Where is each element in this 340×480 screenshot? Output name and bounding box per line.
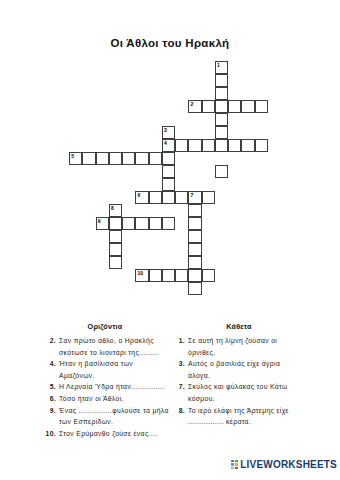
logo-icon-square <box>231 467 234 470</box>
clue-item: 1.Σε αυτή τη λίμνη ζούσαν οι όρνιθες. <box>174 335 304 358</box>
clue-item-number: 9. <box>40 405 59 428</box>
crossword-cell[interactable] <box>202 100 215 113</box>
crossword-cell[interactable] <box>109 256 122 269</box>
liveworksheets-logo[interactable]: LIVEWORKSHEETS <box>231 459 337 470</box>
clue-item: 6.Τόσο ήταν οι Άθλοι. <box>40 393 170 405</box>
crossword-cell[interactable]: 6 <box>135 191 148 204</box>
logo-icon-square <box>235 460 238 463</box>
crossword-cell[interactable] <box>255 139 268 152</box>
across-clues: 2.Σαν πρώτο άθλο, ο Ηρακλής σκότωσε το λ… <box>40 335 170 439</box>
clue-item: 5.Η Λερναία Ύδρα ήταν............... <box>40 381 170 393</box>
crossword-cell[interactable] <box>188 256 201 269</box>
crossword-cell[interactable] <box>149 152 162 165</box>
clue-item-number: 7. <box>174 381 188 404</box>
cell-number: 3 <box>164 127 167 133</box>
across-header: Οριζόντια <box>40 322 170 331</box>
clue-item-text: Σε αυτή τη λίμνη ζούσαν οι όρνιθες. <box>188 335 304 358</box>
crossword-cell[interactable] <box>188 139 201 152</box>
liveworksheets-icon <box>231 460 238 469</box>
crossword-cell[interactable] <box>149 269 162 282</box>
clue-item: 4.Ήταν η βασίλισσα των Αμαζόνων. <box>40 358 170 381</box>
down-header: Κάθετα <box>174 322 304 331</box>
clue-item-text: Ένας ...............φυλούσε τα μήλα των … <box>59 405 170 428</box>
clue-item-number: 6. <box>40 393 59 405</box>
cell-number: 9 <box>98 218 101 224</box>
crossword-cell[interactable]: 7 <box>188 191 201 204</box>
crossword-cell[interactable] <box>135 152 148 165</box>
clue-item: 7.Σκύλος και φύλακας του Κάτω κόσμου. <box>174 381 304 404</box>
crossword-cell[interactable] <box>215 139 228 152</box>
crossword-cell[interactable] <box>96 152 109 165</box>
crossword-cell[interactable]: 9 <box>96 217 109 230</box>
clue-item-number: 3. <box>174 358 188 381</box>
crossword-cell[interactable] <box>188 217 201 230</box>
cell-number: 6 <box>137 192 140 198</box>
crossword-cell[interactable] <box>162 178 175 191</box>
cell-number: 1 <box>217 62 220 68</box>
crossword-cell[interactable]: 1 <box>215 61 228 74</box>
clue-item-number: 4. <box>40 358 59 381</box>
cell-number: 4 <box>164 140 167 146</box>
crossword-cell[interactable] <box>162 269 175 282</box>
crossword-cell[interactable]: 10 <box>135 269 148 282</box>
clue-item-text: Η Λερναία Ύδρα ήταν............... <box>59 381 170 393</box>
clue-item-text: Το ιερό ελάφι της Άρτεμης είχε .........… <box>188 405 304 428</box>
crossword-grid: 12345678910 <box>69 61 268 295</box>
crossword-cell[interactable] <box>135 217 148 230</box>
crossword-cell[interactable] <box>241 100 254 113</box>
crossword-cell[interactable] <box>109 230 122 243</box>
crossword-cell[interactable] <box>228 139 241 152</box>
cell-number: 7 <box>190 192 193 198</box>
crossword-cell[interactable] <box>188 230 201 243</box>
cell-number: 2 <box>190 101 193 107</box>
crossword-cell[interactable] <box>241 139 254 152</box>
crossword-cell[interactable] <box>175 269 188 282</box>
crossword-cell[interactable] <box>162 217 175 230</box>
crossword-cell[interactable] <box>215 74 228 87</box>
crossword-cell[interactable] <box>202 269 215 282</box>
crossword-cell[interactable] <box>255 100 268 113</box>
across-clues-section: Οριζόντια 2.Σαν πρώτο άθλο, ο Ηρακλής σκ… <box>40 322 170 439</box>
crossword-cell[interactable] <box>162 191 175 204</box>
crossword-cell[interactable] <box>202 191 215 204</box>
crossword-cell[interactable]: 4 <box>162 139 175 152</box>
clue-item: 8.Το ιερό ελάφι της Άρτεμης είχε .......… <box>174 405 304 428</box>
logo-icon-square <box>231 460 234 463</box>
worksheet-page: Οι Άθλοι του Ηρακλή 12345678910 Οριζόντι… <box>0 0 340 480</box>
down-clues: 1.Σε αυτή τη λίμνη ζούσαν οι όρνιθες.3.Α… <box>174 335 304 428</box>
crossword-cell[interactable] <box>122 217 135 230</box>
down-clues-section: Κάθετα 1.Σε αυτή τη λίμνη ζούσαν οι όρνι… <box>174 322 304 428</box>
crossword-cell[interactable] <box>175 139 188 152</box>
crossword-cell[interactable] <box>188 243 201 256</box>
crossword-cell[interactable] <box>202 139 215 152</box>
clue-item: 2.Σαν πρώτο άθλο, ο Ηρακλής σκότωσε το λ… <box>40 335 170 358</box>
crossword-cell[interactable]: 8 <box>109 204 122 217</box>
crossword-cell[interactable] <box>215 165 228 178</box>
crossword-cell[interactable] <box>215 126 228 139</box>
clue-item-number: 8. <box>174 405 188 428</box>
clue-item-text: Ήταν η βασίλισσα των Αμαζόνων. <box>59 358 170 381</box>
clue-item-text: Αυτός ο βασιλιάς είχε άγρια άλογα. <box>188 358 304 381</box>
clue-item-number: 2. <box>40 335 59 358</box>
crossword-cell[interactable] <box>188 269 201 282</box>
crossword-cell[interactable] <box>215 87 228 100</box>
logo-icon-square <box>235 467 238 470</box>
clue-item-text: Σαν πρώτο άθλο, ο Ηρακλής σκότωσε το λιο… <box>59 335 170 358</box>
crossword-cell[interactable]: 5 <box>69 152 82 165</box>
crossword-cell[interactable] <box>109 152 122 165</box>
clue-item-number: 10. <box>40 428 59 440</box>
crossword-cell[interactable] <box>109 217 122 230</box>
clue-item-number: 5. <box>40 381 59 393</box>
crossword-cell[interactable] <box>162 152 175 165</box>
cell-number: 5 <box>71 153 74 159</box>
clue-item-text: Τόσο ήταν οι Άθλοι. <box>59 393 170 405</box>
crossword-cell[interactable] <box>188 282 201 295</box>
crossword-cell[interactable] <box>228 100 241 113</box>
crossword-cell[interactable] <box>215 100 228 113</box>
cell-number: 8 <box>111 205 114 211</box>
page-title: Οι Άθλοι του Ηρακλή <box>0 37 340 49</box>
crossword-cell[interactable] <box>188 204 201 217</box>
crossword-cell[interactable] <box>122 152 135 165</box>
clue-item: 3.Αυτός ο βασιλιάς είχε άγρια άλογα. <box>174 358 304 381</box>
crossword-cell[interactable] <box>162 165 175 178</box>
crossword-cell[interactable]: 2 <box>188 100 201 113</box>
crossword-cell[interactable] <box>109 243 122 256</box>
crossword-cell[interactable] <box>149 217 162 230</box>
cell-number: 10 <box>137 270 143 276</box>
clue-item-text: Σκύλος και φύλακας του Κάτω κόσμου. <box>188 381 304 404</box>
clue-item-number: 1. <box>174 335 188 358</box>
crossword-cell[interactable] <box>215 113 228 126</box>
logo-icon-square <box>235 463 238 466</box>
crossword-cell[interactable] <box>82 152 95 165</box>
crossword-cell[interactable]: 3 <box>162 126 175 139</box>
clue-item-text: Στον Ερύμανθο ζούσε ένας.... <box>59 428 170 440</box>
crossword-cell[interactable] <box>175 191 188 204</box>
clue-item: 9.Ένας ...............φυλούσε τα μήλα τω… <box>40 405 170 428</box>
liveworksheets-logo-text: LIVEWORKSHEETS <box>240 459 337 470</box>
clue-item: 10.Στον Ερύμανθο ζούσε ένας.... <box>40 428 170 440</box>
logo-icon-square <box>231 463 234 466</box>
crossword-cell[interactable] <box>149 191 162 204</box>
